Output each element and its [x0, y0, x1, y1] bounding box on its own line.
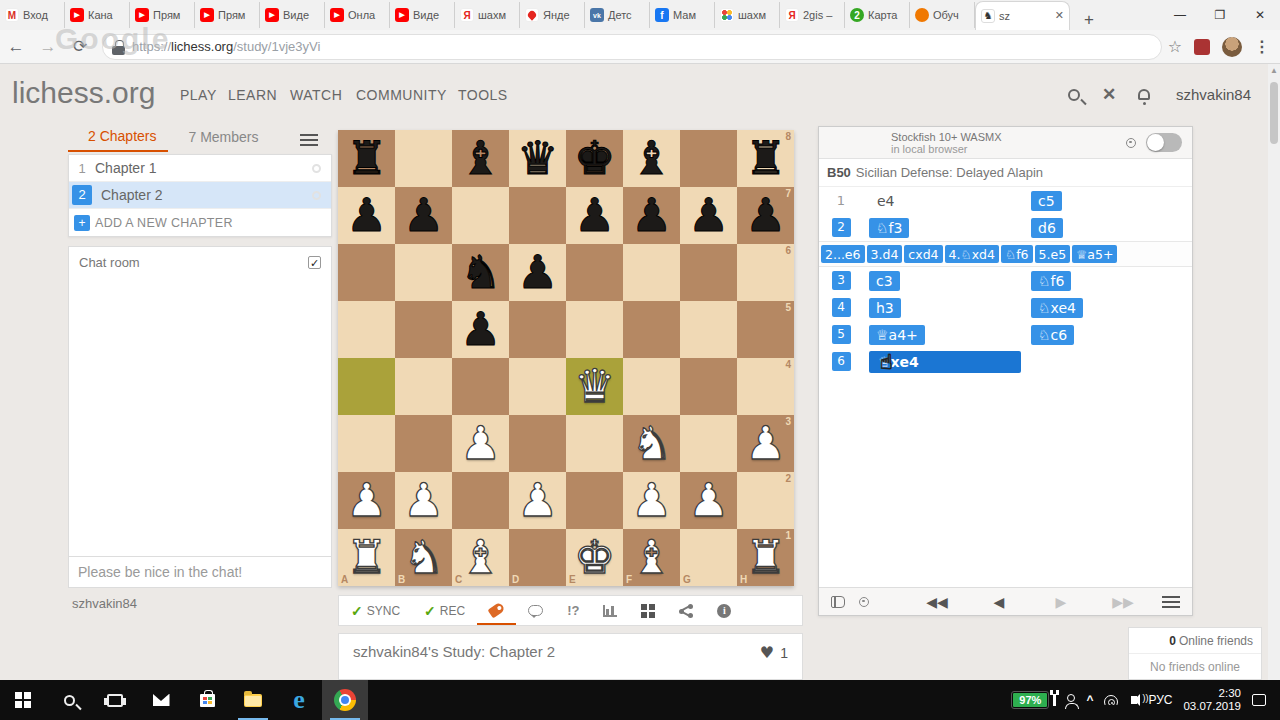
folder-icon [244, 694, 262, 707]
info-icon: i [717, 604, 731, 618]
square-e6[interactable] [566, 244, 623, 301]
square-e2[interactable] [566, 472, 623, 529]
square-g7[interactable]: ♟ [680, 187, 737, 244]
mail-app[interactable] [138, 680, 184, 720]
back-button[interactable]: ← [0, 37, 32, 57]
chess-board[interactable]: ♜♝♛♚♝♜8♟♟♟♟♟♟7♞♟6♟5♛4♟♞♟3♟♟♟♟♟2♜A♞B♝CD♚E… [338, 130, 794, 586]
chrome-icon [334, 689, 356, 711]
square-d5[interactable] [509, 301, 566, 358]
tag-icon [488, 601, 506, 618]
square-f1[interactable]: ♝F [623, 529, 680, 586]
bar-chart-icon [603, 605, 617, 617]
square-e3[interactable] [566, 415, 623, 472]
bookmark-star-icon[interactable]: ☆ [1168, 37, 1182, 56]
square-a1[interactable]: ♜A [338, 529, 395, 586]
browser-tab[interactable]: шахм [715, 2, 780, 28]
variation-line[interactable]: 2...e63.d4cxd44.♘xd4♘f65.e5♕a5+ [819, 241, 1192, 267]
vk-icon: vk [590, 8, 604, 22]
language-indicator[interactable]: РУС [1148, 693, 1172, 707]
browser-tab[interactable]: fМам [650, 2, 715, 28]
tab-members[interactable]: 7 Members [168, 129, 270, 151]
white-move[interactable]: ♘f3 [863, 218, 1025, 238]
prev-move-button[interactable]: ◀ [968, 594, 1030, 610]
browser-tab[interactable]: Яшахм [455, 2, 520, 28]
chat-toggle-checkbox[interactable]: ✓ [308, 256, 321, 269]
study-title-bar: szhvakin84's Study: Chapter 2 ♥1 [338, 633, 803, 680]
tab-label: 2gis – [803, 9, 832, 21]
variation-move[interactable]: 3.d4 [867, 245, 903, 263]
variation-move[interactable]: 2...e6 [821, 245, 865, 263]
tab-label: sz [999, 10, 1010, 22]
browser-tab-strip: MВходКанаПрямПрямВидеОнлаВидеЯшахмЯндеvk… [0, 0, 1280, 30]
youtube-icon [330, 8, 344, 22]
black-bishop[interactable]: ♝ [623, 130, 680, 187]
edge-app[interactable]: e [276, 680, 322, 720]
browser-navbar: ← → ⟳ https://lichess.org/study/1vje3yVi… [0, 30, 1280, 64]
engine-name: Stockfish 10+ WASMX [891, 131, 1002, 143]
orange-icon [915, 8, 929, 22]
yandex-icon: Я [460, 8, 474, 22]
restore-button[interactable]: ❐ [1200, 8, 1240, 22]
file-label: G [683, 574, 691, 585]
square-d8[interactable]: ♛ [509, 130, 566, 187]
white-pawn[interactable]: ♟ [395, 472, 452, 529]
tab-label: Онла [348, 9, 375, 21]
black-pawn[interactable]: ♟ [509, 244, 566, 301]
square-g2[interactable]: ♟ [680, 472, 737, 529]
tab-label: Вход [23, 9, 48, 21]
black-king[interactable]: ♚ [566, 130, 623, 187]
grid-icon [641, 604, 655, 618]
square-h1[interactable]: ♜H1 [737, 529, 794, 586]
username-menu[interactable]: szhvakin84 [1176, 86, 1251, 103]
multiboard-tab[interactable] [629, 596, 667, 625]
file-label: B [398, 574, 405, 585]
rank-label: 3 [785, 416, 791, 427]
move-row: 2♘f3d6 [819, 214, 1192, 241]
tab-label: Виде [413, 9, 439, 21]
square-a3[interactable] [338, 415, 395, 472]
close-button[interactable]: ✕ [1240, 8, 1280, 22]
rank-label: 8 [785, 131, 791, 142]
no-friends-label: No friends online [1129, 654, 1261, 680]
square-c5[interactable]: ♟ [452, 301, 509, 358]
white-pawn[interactable]: ♟ [623, 472, 680, 529]
white-move[interactable]: ♕a4+ [863, 325, 1025, 345]
next-move-button[interactable]: ▶ [1030, 594, 1092, 610]
chat-panel: Chat room ✓ Please be nice in the chat! [68, 246, 332, 588]
browser-tab[interactable]: vkДетс [585, 2, 650, 28]
square-c4[interactable] [452, 358, 509, 415]
square-b1[interactable]: ♞B [395, 529, 452, 586]
pin-icon [525, 8, 539, 22]
browser-tab[interactable]: 2Карта [845, 2, 910, 28]
plug-icon [1053, 694, 1056, 706]
opening-book-icon[interactable] [831, 596, 845, 608]
move-number: 2 [819, 218, 863, 237]
square-d2[interactable]: ♟ [509, 472, 566, 529]
square-f6[interactable] [623, 244, 680, 301]
file-explorer-app[interactable] [230, 680, 276, 720]
youtube-icon [395, 8, 409, 22]
task-view-icon [107, 694, 123, 707]
analysis-panel: Stockfish 10+ WASMX in local browser B50… [818, 126, 1193, 616]
square-a6[interactable] [338, 244, 395, 301]
chrome-app[interactable] [322, 680, 368, 720]
square-f2[interactable]: ♟ [623, 472, 680, 529]
variation-move[interactable]: cxd4 [904, 245, 942, 263]
people-icon[interactable] [1067, 694, 1075, 702]
black-move[interactable]: ♘f6 [1025, 271, 1187, 291]
file-label: A [341, 574, 348, 585]
square-f3[interactable]: ♞ [623, 415, 680, 472]
black-pawn[interactable]: ♟ [623, 187, 680, 244]
variation-move[interactable]: 4.♘xd4 [945, 245, 999, 263]
square-e4[interactable]: ♛ [566, 358, 623, 415]
file-label: C [455, 574, 462, 585]
chapter-number: 2 [72, 185, 92, 205]
chart-tab[interactable] [591, 596, 629, 625]
white-move[interactable]: e4 [863, 193, 1025, 209]
white-knight[interactable]: ♞ [623, 415, 680, 472]
square-g4[interactable] [680, 358, 737, 415]
square-f8[interactable]: ♝ [623, 130, 680, 187]
rank-label: 5 [785, 302, 791, 313]
fb-icon: f [655, 8, 669, 22]
page-scrollbar[interactable]: ▲ [1268, 64, 1280, 680]
engine-settings-icon[interactable] [1126, 138, 1136, 148]
square-a5[interactable] [338, 301, 395, 358]
comment-tab[interactable] [516, 596, 555, 625]
tab-label: Мам [673, 9, 696, 21]
square-b4[interactable] [395, 358, 452, 415]
plus-icon: + [74, 215, 90, 231]
white-move[interactable]: h3 [863, 298, 1025, 318]
task-view-button[interactable] [92, 680, 138, 720]
store-app[interactable] [184, 680, 230, 720]
variation-move[interactable]: ♘f6 [1001, 245, 1033, 263]
square-g6[interactable] [680, 244, 737, 301]
square-h4[interactable]: 4 [737, 358, 794, 415]
square-a4[interactable] [338, 358, 395, 415]
browser-tab[interactable]: Обуч [910, 2, 975, 28]
yandex-icon: Я [785, 8, 799, 22]
challenge-swords-icon[interactable]: ✕ [1102, 84, 1116, 105]
profile-avatar[interactable] [1222, 37, 1242, 57]
engine-location: in local browser [891, 143, 1002, 155]
square-e7[interactable]: ♟ [566, 187, 623, 244]
square-c2[interactable] [452, 472, 509, 529]
share-tab[interactable] [667, 596, 705, 625]
start-button[interactable] [0, 680, 46, 720]
black-pawn[interactable]: ♟ [680, 187, 737, 244]
black-bishop[interactable]: ♝ [452, 130, 509, 187]
search-icon[interactable] [1068, 89, 1080, 101]
move-number: 5 [819, 325, 863, 344]
minimize-button[interactable]: — [1160, 8, 1200, 22]
square-c8[interactable]: ♝ [452, 130, 509, 187]
practice-icon[interactable] [859, 597, 869, 607]
spectator-name: szhvakin84 [72, 596, 137, 611]
tab-label: Детс [608, 9, 632, 21]
chapter-settings-icon[interactable] [312, 191, 321, 200]
windows-taskbar: e 97% ^ РУС 2:3003.07.2019 [0, 680, 1280, 720]
square-h8[interactable]: ♜8 [737, 130, 794, 187]
chat-title: Chat room [79, 255, 140, 270]
nav-tools[interactable]: TOOLS [458, 87, 508, 103]
square-g5[interactable] [680, 301, 737, 358]
black-move[interactable]: c5 [1025, 191, 1187, 211]
battery-indicator[interactable]: 97% [1012, 692, 1056, 708]
browser-tab[interactable]: ♞sz✕ [975, 1, 1070, 30]
move-number: 6 [819, 352, 863, 371]
chapter-row-2-active[interactable]: 2 Chapter 2 [69, 182, 331, 209]
speaker-icon[interactable] [1131, 696, 1137, 704]
rank-label: 4 [785, 359, 791, 370]
scrollbar-thumb[interactable] [1270, 82, 1278, 144]
hidden-icons-chevron[interactable]: ^ [1086, 693, 1093, 707]
file-label: D [512, 574, 519, 585]
mouse-cursor: ☝ [880, 350, 893, 374]
black-move[interactable]: d6 [1025, 218, 1187, 238]
square-g3[interactable] [680, 415, 737, 472]
square-h3[interactable]: ♟3 [737, 415, 794, 472]
online-friends-box[interactable]: 0Online friends No friends online [1128, 627, 1262, 680]
clock[interactable]: 2:3003.07.2019 [1183, 687, 1241, 713]
move-row: 1e4c5 [819, 187, 1192, 214]
square-a7[interactable]: ♟ [338, 187, 395, 244]
move-row: 4h3♘xe4 [819, 294, 1192, 321]
chapter-label: Chapter 2 [95, 187, 162, 203]
browser-tab[interactable]: Прям [195, 2, 260, 28]
tab-label: Обуч [933, 9, 959, 21]
move-row: 6♕xe4 [819, 348, 1192, 375]
tab-label: шахм [478, 9, 506, 21]
square-d7[interactable] [509, 187, 566, 244]
variation-move[interactable]: ♕a5+ [1072, 245, 1117, 263]
study-title: szhvakin84's Study: Chapter 2 [353, 643, 555, 660]
black-pawn[interactable]: ♟ [452, 301, 509, 358]
scroll-up-arrow[interactable]: ▲ [1268, 64, 1280, 78]
black-rook[interactable]: ♜ [338, 130, 395, 187]
chapter-label: Chapter 1 [95, 160, 156, 176]
square-c3[interactable]: ♟ [452, 415, 509, 472]
white-pawn[interactable]: ♟ [509, 472, 566, 529]
move-row: 5♕a4+♘c6 [819, 321, 1192, 348]
video-watermark: Google [55, 22, 170, 56]
tags-tab[interactable] [477, 596, 516, 625]
rec-toggle[interactable]: ✓REC [412, 596, 477, 625]
tab-label: Виде [283, 9, 309, 21]
dots-icon [720, 8, 734, 22]
rank-label: 1 [785, 530, 791, 541]
url-bar[interactable]: https://lichess.org/study/1vje3yVi [102, 34, 1162, 60]
wifi-icon[interactable] [1104, 695, 1120, 705]
tab-close-icon[interactable]: ✕ [1055, 9, 1064, 22]
opening-row: B50 Sicilian Defense: Delayed Alapin [819, 159, 1192, 187]
analysis-menu-icon[interactable] [1162, 596, 1180, 608]
square-h6[interactable]: 6 [737, 244, 794, 301]
square-d3[interactable] [509, 415, 566, 472]
browser-tab[interactable]: Виде [260, 2, 325, 28]
square-b5[interactable] [395, 301, 452, 358]
black-move[interactable]: ♘xe4 [1025, 298, 1187, 318]
friends-count: 0 [1169, 634, 1176, 648]
square-f7[interactable]: ♟ [623, 187, 680, 244]
move-list[interactable]: 1e4c52♘f3d62...e63.d4cxd44.♘xd4♘f65.e5♕a… [819, 187, 1192, 587]
last-move-button[interactable]: ▶▶ [1092, 594, 1154, 610]
friends-count-label: Online friends [1179, 634, 1253, 648]
white-pawn[interactable]: ♟ [680, 472, 737, 529]
nav-watch[interactable]: WATCH [290, 87, 342, 103]
info-tab[interactable]: i [705, 596, 743, 625]
black-pawn[interactable]: ♟ [338, 187, 395, 244]
extension-icon[interactable] [1194, 39, 1210, 55]
gmail-icon: M [5, 8, 19, 22]
chapter-number: 1 [69, 161, 95, 176]
browser-tab[interactable]: Виде [390, 2, 455, 28]
square-b8[interactable] [395, 130, 452, 187]
check-icon: ✓ [424, 603, 436, 619]
tab-chapters[interactable]: 2 Chapters [68, 128, 168, 152]
square-c6[interactable]: ♞ [452, 244, 509, 301]
square-b3[interactable] [395, 415, 452, 472]
notifications-bell-icon[interactable] [1138, 89, 1150, 100]
lichess-icon: ♞ [981, 9, 995, 23]
variation-move[interactable]: 5.e5 [1035, 245, 1071, 263]
move-row: 3c3♘f6 [819, 267, 1192, 294]
windows-logo-icon [15, 692, 31, 708]
square-d1[interactable]: D [509, 529, 566, 586]
black-pawn[interactable]: ♟ [395, 187, 452, 244]
browser-tab[interactable]: Я2gis – [780, 2, 845, 28]
white-queen[interactable]: ♛ [566, 358, 623, 415]
tab-label: Карта [868, 9, 897, 21]
analysis-controls: ◀◀ ◀ ▶ ▶▶ [819, 587, 1192, 615]
tab-label: Прям [153, 9, 180, 21]
square-a2[interactable]: ♟ [338, 472, 395, 529]
rank-label: 2 [785, 473, 791, 484]
mail-icon [153, 694, 170, 706]
file-label: H [740, 574, 747, 585]
study-toolbar: ✓SYNC ✓REC !? i [338, 595, 803, 626]
glyph-tab[interactable]: !? [555, 596, 591, 625]
square-h7[interactable]: ♟7 [737, 187, 794, 244]
square-b6[interactable] [395, 244, 452, 301]
move-number: 1 [819, 193, 863, 208]
black-pawn[interactable]: ♟ [566, 187, 623, 244]
black-move[interactable]: ♘c6 [1025, 325, 1187, 345]
engine-toggle[interactable] [1146, 133, 1182, 152]
square-b2[interactable]: ♟ [395, 472, 452, 529]
youtube-icon [135, 8, 149, 22]
rank-label: 6 [785, 245, 791, 256]
study-side-tabs: 2 Chapters 7 Members [68, 128, 332, 152]
square-f5[interactable] [623, 301, 680, 358]
likes-counter[interactable]: ♥1 [760, 643, 788, 662]
taskbar-search[interactable] [46, 680, 92, 720]
chapter-row-1[interactable]: 1 Chapter 1 [69, 155, 331, 182]
square-b7[interactable]: ♟ [395, 187, 452, 244]
move-number: 3 [819, 271, 863, 290]
add-chapter-row[interactable]: + ADD A NEW CHAPTER [69, 209, 331, 236]
square-e5[interactable] [566, 301, 623, 358]
2gis-icon: 2 [850, 8, 864, 22]
square-g8[interactable] [680, 130, 737, 187]
square-c1[interactable]: ♝C [452, 529, 509, 586]
chrome-menu-icon[interactable]: ⋮ [1254, 37, 1270, 56]
chapter-settings-icon[interactable] [312, 164, 321, 173]
youtube-icon [70, 8, 84, 22]
file-label: F [626, 574, 632, 585]
square-g1[interactable]: G [680, 529, 737, 586]
browser-tab[interactable]: Онла [325, 2, 390, 28]
add-chapter-label: ADD A NEW CHAPTER [95, 216, 233, 230]
action-center-icon[interactable] [1252, 694, 1266, 706]
square-e1[interactable]: ♚E [566, 529, 623, 586]
square-h2[interactable]: 2 [737, 472, 794, 529]
check-icon: ✓ [351, 603, 363, 619]
square-d6[interactable]: ♟ [509, 244, 566, 301]
nav-community[interactable]: COMMUNITY [356, 87, 447, 103]
lichess-logo[interactable]: lichess.org [12, 76, 155, 110]
nav-learn[interactable]: LEARN [228, 87, 277, 103]
chapter-list: 1 Chapter 1 2 Chapter 2 + ADD A NEW CHAP… [68, 154, 332, 237]
sync-toggle[interactable]: ✓SYNC [339, 596, 412, 625]
square-f4[interactable] [623, 358, 680, 415]
white-move[interactable]: c3 [863, 271, 1025, 291]
search-icon [64, 695, 75, 706]
square-e8[interactable]: ♚ [566, 130, 623, 187]
eco-code: B50 [827, 165, 851, 180]
black-queen[interactable]: ♛ [509, 130, 566, 187]
black-knight[interactable]: ♞ [452, 244, 509, 301]
interesting-move-icon: !? [567, 603, 579, 618]
square-a8[interactable]: ♜ [338, 130, 395, 187]
window-controls: — ❐ ✕ [1160, 0, 1280, 30]
first-move-button[interactable]: ◀◀ [906, 594, 968, 610]
new-tab-button[interactable]: + [1070, 10, 1108, 30]
youtube-icon [200, 8, 214, 22]
study-menu-icon[interactable] [300, 134, 318, 146]
square-c7[interactable] [452, 187, 509, 244]
move-number: 4 [819, 298, 863, 317]
chat-input[interactable]: Please be nice in the chat! [69, 556, 331, 587]
white-pawn[interactable]: ♟ [452, 415, 509, 472]
white-pawn[interactable]: ♟ [338, 472, 395, 529]
square-h5[interactable]: 5 [737, 301, 794, 358]
tab-label: Кана [88, 9, 113, 21]
speech-bubble-icon [528, 605, 543, 616]
tab-label: Янде [543, 9, 570, 21]
heart-icon: ♥ [760, 643, 774, 662]
system-tray: 97% ^ РУС 2:3003.07.2019 [1012, 687, 1280, 713]
store-icon [200, 694, 215, 707]
square-d4[interactable] [509, 358, 566, 415]
rank-label: 7 [785, 188, 791, 199]
nav-play[interactable]: PLAY [180, 87, 217, 103]
tab-label: Прям [218, 9, 245, 21]
edge-icon: e [293, 685, 305, 715]
opening-name: Sicilian Defense: Delayed Alapin [856, 165, 1043, 180]
share-icon [679, 604, 693, 618]
browser-tab[interactable]: Янде [520, 2, 585, 28]
file-label: E [569, 574, 576, 585]
youtube-icon [265, 8, 279, 22]
tab-label: шахм [738, 9, 766, 21]
engine-row: Stockfish 10+ WASMX in local browser [819, 127, 1192, 159]
